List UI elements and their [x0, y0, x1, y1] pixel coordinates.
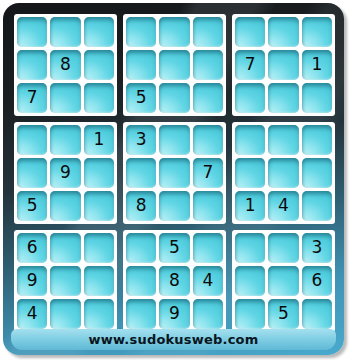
given-digit: 3 — [136, 131, 147, 148]
sudoku-cell-r3c6[interactable] — [193, 83, 223, 113]
sudoku-cell-r6c2[interactable] — [50, 191, 80, 221]
sudoku-cell-r2c4[interactable] — [126, 50, 156, 80]
sudoku-box-2: 5 — [123, 14, 226, 116]
sudoku-cell-r2c3[interactable] — [84, 50, 114, 80]
given-digit: 8 — [136, 197, 147, 214]
sudoku-cell-r8c4[interactable] — [126, 266, 156, 296]
sudoku-cell-r8c9[interactable]: 6 — [302, 266, 332, 296]
sudoku-cell-r4c6[interactable] — [193, 125, 223, 155]
sudoku-box-9: 365 — [232, 230, 335, 332]
sudoku-cell-r9c1[interactable]: 4 — [17, 299, 47, 329]
sudoku-cell-r5c7[interactable] — [235, 158, 265, 188]
sudoku-cell-r1c1[interactable] — [17, 17, 47, 47]
sudoku-cell-r9c3[interactable] — [84, 299, 114, 329]
sudoku-cell-r7c2[interactable] — [50, 233, 80, 263]
sudoku-cell-r1c7[interactable] — [235, 17, 265, 47]
sudoku-cell-r7c4[interactable] — [126, 233, 156, 263]
given-digit: 6 — [311, 272, 322, 289]
sudoku-cell-r4c7[interactable] — [235, 125, 265, 155]
sudoku-cell-r7c9[interactable]: 3 — [302, 233, 332, 263]
given-digit: 9 — [27, 272, 38, 289]
sudoku-cell-r2c6[interactable] — [193, 50, 223, 80]
sudoku-cell-r7c7[interactable] — [235, 233, 265, 263]
sudoku-cell-r6c8[interactable]: 4 — [268, 191, 298, 221]
sudoku-box-5: 378 — [123, 122, 226, 224]
sudoku-cell-r5c8[interactable] — [268, 158, 298, 188]
sudoku-cell-r4c2[interactable] — [50, 125, 80, 155]
sudoku-cell-r9c8[interactable]: 5 — [268, 299, 298, 329]
sudoku-cell-r9c9[interactable] — [302, 299, 332, 329]
sudoku-cell-r5c6[interactable]: 7 — [193, 158, 223, 188]
sudoku-cell-r2c2[interactable]: 8 — [50, 50, 80, 80]
sudoku-cell-r5c9[interactable] — [302, 158, 332, 188]
given-digit: 8 — [60, 56, 71, 73]
sudoku-cell-r1c9[interactable] — [302, 17, 332, 47]
given-digit: 5 — [136, 89, 147, 106]
sudoku-cell-r8c5[interactable]: 8 — [159, 266, 189, 296]
sudoku-cell-r7c3[interactable] — [84, 233, 114, 263]
given-digit: 5 — [278, 305, 289, 322]
sudoku-cell-r8c3[interactable] — [84, 266, 114, 296]
given-digit: 9 — [169, 305, 180, 322]
sudoku-box-7: 694 — [14, 230, 117, 332]
sudoku-cell-r4c8[interactable] — [268, 125, 298, 155]
sudoku-cell-r4c1[interactable] — [17, 125, 47, 155]
given-digit: 4 — [278, 197, 289, 214]
sudoku-cell-r1c4[interactable] — [126, 17, 156, 47]
sudoku-cell-r3c1[interactable]: 7 — [17, 83, 47, 113]
sudoku-cell-r9c7[interactable] — [235, 299, 265, 329]
sudoku-cell-r7c5[interactable]: 5 — [159, 233, 189, 263]
sudoku-cell-r4c4[interactable]: 3 — [126, 125, 156, 155]
sudoku-box-1: 87 — [14, 14, 117, 116]
sudoku-cell-r2c7[interactable]: 7 — [235, 50, 265, 80]
given-digit: 1 — [93, 131, 104, 148]
sudoku-cell-r2c9[interactable]: 1 — [302, 50, 332, 80]
given-digit: 1 — [311, 56, 322, 73]
sudoku-cell-r8c6[interactable]: 4 — [193, 266, 223, 296]
sudoku-box-3: 71 — [232, 14, 335, 116]
board-frame: 87571195378146945849365 www.sudokusweb.c… — [3, 3, 344, 355]
sudoku-box-4: 195 — [14, 122, 117, 224]
given-digit: 5 — [169, 239, 180, 256]
given-digit: 8 — [169, 272, 180, 289]
given-digit: 5 — [27, 197, 38, 214]
sudoku-grid: 87571195378146945849365 — [14, 14, 335, 332]
sudoku-cell-r5c4[interactable] — [126, 158, 156, 188]
sudoku-cell-r6c4[interactable]: 8 — [126, 191, 156, 221]
sudoku-cell-r1c2[interactable] — [50, 17, 80, 47]
sudoku-cell-r9c4[interactable] — [126, 299, 156, 329]
sudoku-cell-r8c8[interactable] — [268, 266, 298, 296]
sudoku-cell-r4c3[interactable]: 1 — [84, 125, 114, 155]
sudoku-cell-r7c8[interactable] — [268, 233, 298, 263]
sudoku-cell-r9c6[interactable] — [193, 299, 223, 329]
sudoku-cell-r8c2[interactable] — [50, 266, 80, 296]
sudoku-cell-r9c2[interactable] — [50, 299, 80, 329]
sudoku-box-8: 5849 — [123, 230, 226, 332]
sudoku-cell-r9c5[interactable]: 9 — [159, 299, 189, 329]
sudoku-cell-r3c2[interactable] — [50, 83, 80, 113]
sudoku-cell-r6c1[interactable]: 5 — [17, 191, 47, 221]
given-digit: 7 — [245, 56, 256, 73]
sudoku-cell-r3c4[interactable]: 5 — [126, 83, 156, 113]
sudoku-cell-r1c8[interactable] — [268, 17, 298, 47]
site-url[interactable]: www.sudokusweb.com — [89, 332, 259, 347]
sudoku-cell-r1c5[interactable] — [159, 17, 189, 47]
sudoku-cell-r5c1[interactable] — [17, 158, 47, 188]
sudoku-cell-r2c8[interactable] — [268, 50, 298, 80]
sudoku-cell-r6c7[interactable]: 1 — [235, 191, 265, 221]
sudoku-cell-r6c3[interactable] — [84, 191, 114, 221]
sudoku-cell-r5c5[interactable] — [159, 158, 189, 188]
sudoku-cell-r8c1[interactable]: 9 — [17, 266, 47, 296]
given-digit: 3 — [311, 239, 322, 256]
sudoku-cell-r2c1[interactable] — [17, 50, 47, 80]
sudoku-cell-r7c6[interactable] — [193, 233, 223, 263]
sudoku-cell-r3c9[interactable] — [302, 83, 332, 113]
sudoku-page: 87571195378146945849365 www.sudokusweb.c… — [0, 0, 350, 360]
sudoku-cell-r4c5[interactable] — [159, 125, 189, 155]
sudoku-cell-r3c8[interactable] — [268, 83, 298, 113]
sudoku-cell-r3c3[interactable] — [84, 83, 114, 113]
sudoku-cell-r4c9[interactable] — [302, 125, 332, 155]
sudoku-cell-r1c3[interactable] — [84, 17, 114, 47]
sudoku-box-6: 14 — [232, 122, 335, 224]
sudoku-cell-r8c7[interactable] — [235, 266, 265, 296]
given-digit: 6 — [27, 239, 38, 256]
sudoku-cell-r2c5[interactable] — [159, 50, 189, 80]
given-digit: 1 — [245, 197, 256, 214]
sudoku-cell-r5c2[interactable]: 9 — [50, 158, 80, 188]
sudoku-cell-r6c5[interactable] — [159, 191, 189, 221]
footer-band: www.sudokusweb.com — [11, 329, 336, 350]
given-digit: 4 — [27, 305, 38, 322]
sudoku-cell-r1c6[interactable] — [193, 17, 223, 47]
sudoku-cell-r6c9[interactable] — [302, 191, 332, 221]
sudoku-cell-r3c7[interactable] — [235, 83, 265, 113]
given-digit: 7 — [27, 89, 38, 106]
given-digit: 7 — [202, 164, 213, 181]
sudoku-cell-r3c5[interactable] — [159, 83, 189, 113]
given-digit: 9 — [60, 164, 71, 181]
sudoku-cell-r5c3[interactable] — [84, 158, 114, 188]
sudoku-cell-r6c6[interactable] — [193, 191, 223, 221]
given-digit: 4 — [202, 272, 213, 289]
sudoku-cell-r7c1[interactable]: 6 — [17, 233, 47, 263]
